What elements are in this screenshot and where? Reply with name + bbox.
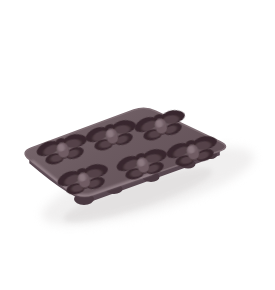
mold-tray-illustration <box>0 0 275 290</box>
product-photo <box>0 0 275 290</box>
